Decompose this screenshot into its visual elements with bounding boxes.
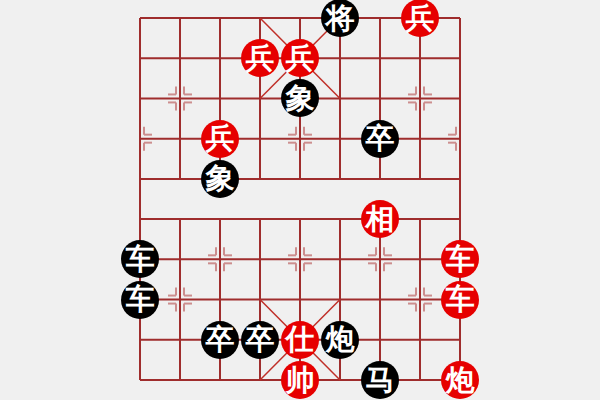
- xiangqi-screenshot: 将兵兵兵象兵卒象相车车车车卒卒仕炮帅马炮: [0, 0, 600, 400]
- piece-red-general[interactable]: 帅: [281, 361, 319, 399]
- piece-black-chariot[interactable]: 车: [121, 281, 159, 319]
- piece-black-general[interactable]: 将: [321, 0, 359, 37]
- piece-red-soldier[interactable]: 兵: [281, 39, 319, 77]
- xiangqi-board[interactable]: 将兵兵兵象兵卒象相车车车车卒卒仕炮帅马炮: [140, 18, 460, 380]
- piece-black-soldier[interactable]: 卒: [361, 120, 399, 158]
- piece-black-elephant[interactable]: 象: [281, 79, 319, 117]
- piece-red-chariot[interactable]: 车: [441, 240, 479, 278]
- piece-red-soldier[interactable]: 兵: [201, 120, 239, 158]
- piece-red-soldier[interactable]: 兵: [401, 0, 439, 37]
- piece-black-chariot[interactable]: 车: [121, 240, 159, 278]
- piece-black-elephant[interactable]: 象: [201, 160, 239, 198]
- piece-red-advisor[interactable]: 仕: [281, 321, 319, 359]
- piece-black-horse[interactable]: 马: [361, 361, 399, 399]
- piece-black-soldier[interactable]: 卒: [241, 321, 279, 359]
- piece-red-chariot[interactable]: 车: [441, 281, 479, 319]
- piece-red-soldier[interactable]: 兵: [241, 39, 279, 77]
- piece-black-soldier[interactable]: 卒: [201, 321, 239, 359]
- piece-red-elephant[interactable]: 相: [361, 200, 399, 238]
- piece-red-cannon[interactable]: 炮: [441, 361, 479, 399]
- piece-black-cannon[interactable]: 炮: [321, 321, 359, 359]
